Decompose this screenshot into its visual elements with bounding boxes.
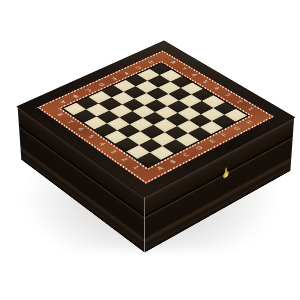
coord-label: G: [227, 123, 248, 135]
square-c2: [152, 132, 176, 146]
square-a4: [105, 130, 129, 144]
square-c4: [130, 118, 153, 131]
square-d2: [164, 126, 187, 139]
square-b6: [97, 110, 120, 123]
coord-label: 2: [113, 153, 135, 166]
coord-label: A: [149, 162, 171, 175]
square-a3: [115, 137, 139, 151]
square-b4: [117, 124, 140, 137]
square-f2: [189, 114, 212, 127]
square-e1: [188, 127, 212, 140]
coord-label: 3: [102, 146, 124, 159]
brass-latch-icon: [221, 165, 232, 181]
square-a2: [126, 145, 150, 159]
product-photo-scene: 87654321 87654321 HGFEDCBA HGFEDCBA: [0, 0, 300, 300]
square-b3: [128, 131, 152, 145]
coord-label: 6: [70, 123, 91, 135]
square-d3: [153, 119, 176, 132]
square-b5: [107, 117, 130, 130]
square-d1: [175, 133, 199, 147]
coord-label: 4: [91, 138, 112, 151]
coord-label: D: [189, 142, 211, 155]
chess-box: 87654321 87654321 HGFEDCBA HGFEDCBA: [18, 41, 295, 197]
square-b2: [139, 138, 163, 152]
square-e3: [166, 113, 189, 126]
square-a6: [84, 116, 107, 129]
square-a1: [137, 152, 161, 166]
coord-label: F: [215, 129, 237, 141]
square-c5: [120, 111, 143, 124]
coord-label: 7: [59, 116, 80, 128]
coord-label: 1: [240, 103, 261, 115]
square-c3: [141, 125, 164, 138]
square-c1: [163, 139, 187, 153]
coord-label: H: [239, 116, 260, 128]
board-field: [64, 64, 247, 167]
coord-label: 1: [124, 161, 146, 174]
square-d4: [143, 112, 166, 125]
square-g1: [212, 115, 235, 128]
coord-label: B: [163, 155, 185, 168]
square-e2: [177, 120, 200, 133]
square-f1: [200, 121, 223, 134]
coord-label: 5: [80, 131, 101, 144]
square-b1: [150, 146, 174, 160]
coord-label: C: [176, 149, 198, 162]
coord-label: E: [202, 135, 224, 148]
square-a5: [94, 123, 117, 136]
